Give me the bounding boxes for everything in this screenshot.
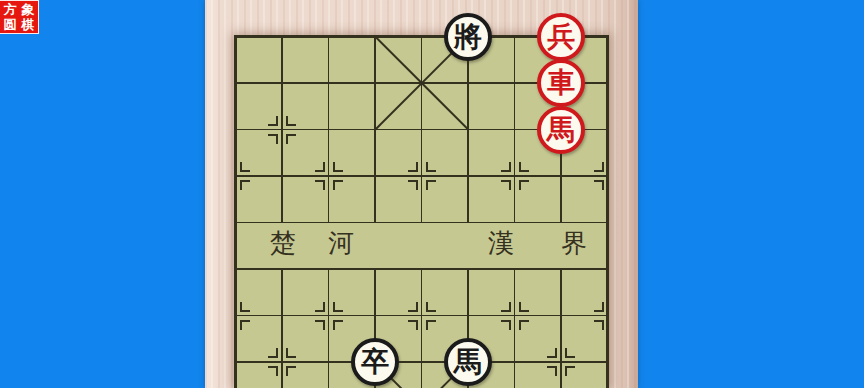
piece-red-chariot[interactable]: 車 bbox=[537, 59, 585, 107]
position-marker bbox=[315, 320, 325, 330]
position-marker bbox=[547, 348, 557, 358]
grid-line bbox=[514, 38, 516, 223]
river-label-char: 河 bbox=[328, 226, 354, 261]
grid-line bbox=[514, 269, 516, 388]
position-marker bbox=[408, 180, 418, 190]
position-marker bbox=[333, 320, 343, 330]
position-marker bbox=[286, 116, 296, 126]
position-marker bbox=[315, 302, 325, 312]
river-label-char: 楚 bbox=[270, 226, 296, 261]
logo-char: 圆 bbox=[1, 17, 19, 32]
grid-line bbox=[281, 38, 283, 223]
position-marker bbox=[594, 162, 604, 172]
position-marker bbox=[333, 302, 343, 312]
grid-line bbox=[374, 38, 376, 223]
position-marker bbox=[333, 162, 343, 172]
logo-char: 方 bbox=[1, 2, 19, 17]
position-marker bbox=[426, 302, 436, 312]
position-marker bbox=[501, 162, 511, 172]
grid-line bbox=[328, 38, 330, 223]
piece-red-horse[interactable]: 馬 bbox=[537, 106, 585, 154]
logo-char: 象 bbox=[19, 2, 37, 17]
position-marker bbox=[565, 348, 575, 358]
position-marker bbox=[519, 320, 529, 330]
position-marker bbox=[565, 366, 575, 376]
position-marker bbox=[594, 320, 604, 330]
position-marker bbox=[286, 348, 296, 358]
position-marker bbox=[408, 302, 418, 312]
piece-black-general[interactable]: 將 bbox=[444, 13, 492, 61]
piece-red-soldier[interactable]: 兵 bbox=[537, 13, 585, 61]
position-marker bbox=[286, 366, 296, 376]
app-logo: 方 象 圆 棋 bbox=[0, 0, 39, 34]
position-marker bbox=[333, 180, 343, 190]
position-marker bbox=[240, 302, 250, 312]
position-marker bbox=[408, 320, 418, 330]
position-marker bbox=[286, 134, 296, 144]
position-marker bbox=[315, 180, 325, 190]
position-marker bbox=[315, 162, 325, 172]
position-marker bbox=[426, 320, 436, 330]
position-marker bbox=[547, 366, 557, 376]
position-marker bbox=[501, 320, 511, 330]
position-marker bbox=[268, 366, 278, 376]
position-marker bbox=[268, 348, 278, 358]
position-marker bbox=[408, 162, 418, 172]
logo-char: 棋 bbox=[19, 17, 37, 32]
grid-line bbox=[328, 269, 330, 388]
position-marker bbox=[594, 180, 604, 190]
position-marker bbox=[240, 320, 250, 330]
river-label-char: 漢 bbox=[488, 226, 514, 261]
position-marker bbox=[519, 162, 529, 172]
piece-black-soldier[interactable]: 卒 bbox=[351, 338, 399, 386]
position-marker bbox=[501, 180, 511, 190]
position-marker bbox=[240, 162, 250, 172]
app-background: 方 象 圆 棋 楚河漢界將兵車馬卒馬 bbox=[0, 0, 864, 388]
grid-line bbox=[281, 269, 283, 388]
position-marker bbox=[519, 302, 529, 312]
river-label-char: 界 bbox=[561, 226, 587, 261]
grid-line bbox=[560, 269, 562, 388]
position-marker bbox=[519, 180, 529, 190]
position-marker bbox=[426, 162, 436, 172]
position-marker bbox=[426, 180, 436, 190]
position-marker bbox=[268, 134, 278, 144]
position-marker bbox=[268, 116, 278, 126]
position-marker bbox=[240, 180, 250, 190]
position-marker bbox=[501, 302, 511, 312]
grid-line bbox=[467, 38, 469, 223]
grid-line bbox=[421, 269, 423, 388]
grid-line bbox=[421, 38, 423, 223]
piece-black-horse[interactable]: 馬 bbox=[444, 338, 492, 386]
position-marker bbox=[594, 302, 604, 312]
